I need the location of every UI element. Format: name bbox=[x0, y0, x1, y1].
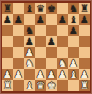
square-d7[interactable]: ♟ bbox=[35, 14, 46, 25]
square-h1[interactable]: ♜ bbox=[79, 80, 90, 91]
square-f2[interactable]: ♟ bbox=[57, 69, 68, 80]
square-g6[interactable]: ♟ bbox=[68, 25, 79, 36]
square-g4[interactable] bbox=[68, 47, 79, 58]
white-pawn[interactable]: ♟ bbox=[25, 47, 34, 57]
white-pawn[interactable]: ♟ bbox=[3, 69, 12, 79]
black-pawn[interactable]: ♟ bbox=[14, 14, 23, 24]
square-b5[interactable] bbox=[13, 36, 24, 47]
square-d6[interactable] bbox=[35, 25, 46, 36]
square-h3[interactable] bbox=[79, 58, 90, 69]
square-b6[interactable] bbox=[13, 25, 24, 36]
square-c3[interactable]: ♞ bbox=[24, 58, 35, 69]
black-pawn[interactable]: ♟ bbox=[3, 14, 12, 24]
white-pawn[interactable]: ♟ bbox=[47, 69, 56, 79]
square-g3[interactable]: ♟ bbox=[68, 58, 79, 69]
square-a3[interactable] bbox=[2, 58, 13, 69]
black-pawn[interactable]: ♟ bbox=[47, 36, 56, 46]
square-a4[interactable] bbox=[2, 47, 13, 58]
black-knight[interactable]: ♞ bbox=[25, 25, 34, 35]
square-e7[interactable] bbox=[46, 14, 57, 25]
square-a8[interactable]: ♜ bbox=[2, 3, 13, 14]
square-g8[interactable]: ♞ bbox=[68, 3, 79, 14]
white-bishop[interactable]: ♝ bbox=[69, 69, 78, 79]
square-e6[interactable] bbox=[46, 25, 57, 36]
square-g1[interactable] bbox=[68, 80, 79, 91]
square-h4[interactable] bbox=[79, 47, 90, 58]
square-d3[interactable] bbox=[35, 58, 46, 69]
chess-board: ♜♝♛♚♞♜♟♟♟♟♝♟♞♟♟♟♟♞♞♟♟♟♟♟♟♝♟♜♝♛♚♜ bbox=[2, 3, 90, 91]
white-rook[interactable]: ♜ bbox=[80, 80, 89, 90]
white-pawn[interactable]: ♟ bbox=[80, 69, 89, 79]
square-a6[interactable] bbox=[2, 25, 13, 36]
square-d5[interactable] bbox=[35, 36, 46, 47]
square-c4[interactable]: ♟ bbox=[24, 47, 35, 58]
black-rook[interactable]: ♜ bbox=[80, 3, 89, 13]
square-b2[interactable]: ♟ bbox=[13, 69, 24, 80]
square-a7[interactable]: ♟ bbox=[2, 14, 13, 25]
square-e4[interactable] bbox=[46, 47, 57, 58]
black-bishop[interactable]: ♝ bbox=[69, 14, 78, 24]
square-c5[interactable]: ♟ bbox=[24, 36, 35, 47]
square-g5[interactable] bbox=[68, 36, 79, 47]
white-pawn[interactable]: ♟ bbox=[69, 58, 78, 68]
black-rook[interactable]: ♜ bbox=[3, 3, 12, 13]
square-b3[interactable] bbox=[13, 58, 24, 69]
black-bishop[interactable]: ♝ bbox=[25, 3, 34, 13]
square-e5[interactable]: ♟ bbox=[46, 36, 57, 47]
square-e8[interactable]: ♚ bbox=[46, 3, 57, 14]
square-g2[interactable]: ♝ bbox=[68, 69, 79, 80]
white-king[interactable]: ♚ bbox=[47, 80, 56, 90]
square-f6[interactable] bbox=[57, 25, 68, 36]
square-a2[interactable]: ♟ bbox=[2, 69, 13, 80]
square-b1[interactable] bbox=[13, 80, 24, 91]
black-pawn[interactable]: ♟ bbox=[25, 36, 34, 46]
white-knight[interactable]: ♞ bbox=[25, 58, 34, 68]
white-pawn[interactable]: ♟ bbox=[14, 69, 23, 79]
white-pawn[interactable]: ♟ bbox=[58, 69, 67, 79]
square-b4[interactable] bbox=[13, 47, 24, 58]
square-f7[interactable]: ♟ bbox=[57, 14, 68, 25]
square-c2[interactable] bbox=[24, 69, 35, 80]
white-pawn[interactable]: ♟ bbox=[36, 69, 45, 79]
square-f4[interactable] bbox=[57, 47, 68, 58]
black-queen[interactable]: ♛ bbox=[36, 3, 45, 13]
square-h8[interactable]: ♜ bbox=[79, 3, 90, 14]
square-e1[interactable]: ♚ bbox=[46, 80, 57, 91]
black-pawn[interactable]: ♟ bbox=[80, 14, 89, 24]
square-h2[interactable]: ♟ bbox=[79, 69, 90, 80]
black-knight[interactable]: ♞ bbox=[69, 3, 78, 13]
white-rook[interactable]: ♜ bbox=[3, 80, 12, 90]
square-a5[interactable] bbox=[2, 36, 13, 47]
square-a1[interactable]: ♜ bbox=[2, 80, 13, 91]
square-c6[interactable]: ♞ bbox=[24, 25, 35, 36]
square-d2[interactable]: ♟ bbox=[35, 69, 46, 80]
black-pawn[interactable]: ♟ bbox=[36, 14, 45, 24]
square-d4[interactable] bbox=[35, 47, 46, 58]
square-d1[interactable]: ♛ bbox=[35, 80, 46, 91]
square-c7[interactable] bbox=[24, 14, 35, 25]
white-queen[interactable]: ♛ bbox=[36, 80, 45, 90]
square-e2[interactable]: ♟ bbox=[46, 69, 57, 80]
square-e3[interactable] bbox=[46, 58, 57, 69]
square-h7[interactable]: ♟ bbox=[79, 14, 90, 25]
square-g7[interactable]: ♝ bbox=[68, 14, 79, 25]
black-pawn[interactable]: ♟ bbox=[58, 14, 67, 24]
white-bishop[interactable]: ♝ bbox=[25, 80, 34, 90]
square-f1[interactable] bbox=[57, 80, 68, 91]
square-d8[interactable]: ♛ bbox=[35, 3, 46, 14]
square-c1[interactable]: ♝ bbox=[24, 80, 35, 91]
square-f5[interactable] bbox=[57, 36, 68, 47]
black-king[interactable]: ♚ bbox=[47, 3, 56, 13]
square-h5[interactable] bbox=[79, 36, 90, 47]
square-f3[interactable]: ♞ bbox=[57, 58, 68, 69]
square-c8[interactable]: ♝ bbox=[24, 3, 35, 14]
square-h6[interactable] bbox=[79, 25, 90, 36]
board-frame: ♜♝♛♚♞♜♟♟♟♟♝♟♞♟♟♟♟♞♞♟♟♟♟♟♟♝♟♜♝♛♚♜ bbox=[0, 0, 92, 94]
square-b7[interactable]: ♟ bbox=[13, 14, 24, 25]
white-knight[interactable]: ♞ bbox=[58, 58, 67, 68]
black-pawn[interactable]: ♟ bbox=[69, 25, 78, 35]
square-b8[interactable] bbox=[13, 3, 24, 14]
square-f8[interactable] bbox=[57, 3, 68, 14]
